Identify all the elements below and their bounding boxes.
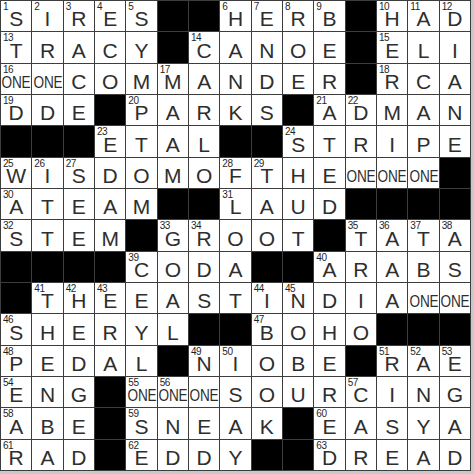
grid-cell-r12c4[interactable]: A: [95, 346, 125, 376]
grid-cell-r12c8[interactable]: 50I: [220, 346, 250, 376]
cell-letter: A: [416, 447, 430, 470]
grid-cell-r6c2[interactable]: 26I: [32, 158, 62, 188]
cell-letter: E: [103, 8, 117, 31]
cell-letter: P: [416, 134, 430, 157]
clue-number: 12: [442, 1, 452, 12]
cell-letter: E: [72, 416, 86, 439]
grid-cell-r14c14[interactable]: Y: [408, 408, 438, 438]
grid-cell-r7c6: [158, 189, 188, 219]
grid-cell-r2c11[interactable]: E: [314, 32, 344, 62]
grid-cell-r3c7[interactable]: A: [189, 64, 219, 94]
grid-cell-r11c11[interactable]: H: [314, 314, 344, 344]
cell-letter: A: [354, 416, 368, 439]
grid-cell-r11c10[interactable]: O: [283, 314, 313, 344]
grid-cell-r13c6[interactable]: 56ONE: [158, 377, 188, 407]
grid-cell-r13c15[interactable]: G: [440, 377, 470, 407]
grid-cell-r9c7[interactable]: D: [189, 252, 219, 282]
clue-number: 49: [191, 346, 201, 357]
cell-letter: M: [133, 71, 151, 94]
clue-number: 13: [3, 32, 13, 43]
clue-number: 6: [222, 1, 227, 12]
grid-cell-r12c3[interactable]: D: [64, 346, 94, 376]
cell-letter: O: [196, 165, 212, 188]
grid-cell-r11c3[interactable]: E: [64, 314, 94, 344]
grid-cell-r15c14[interactable]: A: [408, 440, 438, 470]
grid-cell-r11c9[interactable]: 47B: [252, 314, 282, 344]
grid-cell-r6c13[interactable]: ONE: [377, 158, 407, 188]
grid-cell-r1c3[interactable]: 3R: [64, 1, 94, 31]
clue-number: 34: [191, 220, 201, 231]
grid-cell-r1c15[interactable]: 12D: [440, 1, 470, 31]
grid-cell-r12c9[interactable]: O: [252, 346, 282, 376]
cell-letter: D: [197, 259, 212, 282]
grid-cell-r1c8[interactable]: 6H: [220, 1, 250, 31]
grid-cell-r2c2[interactable]: R: [32, 32, 62, 62]
grid-cell-r6c4[interactable]: D: [95, 158, 125, 188]
grid-cell-r5c6[interactable]: A: [158, 126, 188, 156]
grid-cell-r12c1[interactable]: 48P: [1, 346, 31, 376]
grid-cell-r10c15[interactable]: ONE: [440, 283, 470, 313]
cell-letter: O: [259, 384, 275, 407]
grid-cell-r14c9[interactable]: K: [252, 408, 282, 438]
cell-letter: G: [71, 384, 87, 407]
grid-cell-r7c1[interactable]: 30A: [1, 189, 31, 219]
grid-cell-r10c6[interactable]: A: [158, 283, 188, 313]
grid-cell-r1c13[interactable]: 10H: [377, 1, 407, 31]
grid-cell-r2c1[interactable]: 13T: [1, 32, 31, 62]
grid-cell-r4c9[interactable]: S: [252, 95, 282, 125]
grid-cell-r9c10: [283, 252, 313, 282]
clue-number: 48: [3, 346, 13, 357]
grid-cell-r5c15[interactable]: E: [440, 126, 470, 156]
grid-cell-r14c12[interactable]: A: [346, 408, 376, 438]
grid-cell-r5c11[interactable]: T: [314, 126, 344, 156]
grid-cell-r6c5[interactable]: O: [126, 158, 156, 188]
grid-cell-r8c2[interactable]: T: [32, 220, 62, 250]
grid-cell-r13c9[interactable]: O: [252, 377, 282, 407]
grid-cell-r2c8[interactable]: A: [220, 32, 250, 62]
cell-letter: D: [322, 196, 337, 219]
cell-rebus-letters: ONE: [409, 168, 438, 188]
grid-cell-r15c8[interactable]: Y: [220, 440, 250, 470]
cell-letter: D: [40, 102, 55, 125]
grid-cell-r13c2[interactable]: N: [32, 377, 62, 407]
grid-cell-r12c14[interactable]: 52A: [408, 346, 438, 376]
cell-letter: A: [197, 71, 211, 94]
clue-number: 23: [97, 126, 107, 137]
grid-cell-r3c5[interactable]: M: [126, 64, 156, 94]
grid-cell-r9c14[interactable]: B: [408, 252, 438, 282]
clue-number: 9: [316, 1, 321, 12]
cell-letter: C: [71, 71, 86, 94]
clue-number: 41: [34, 283, 44, 294]
grid-cell-r1c1[interactable]: 1S: [1, 1, 31, 31]
grid-cell-r4c4: [95, 95, 125, 125]
grid-cell-r3c9[interactable]: D: [252, 64, 282, 94]
grid-cell-r11c6[interactable]: L: [158, 314, 188, 344]
grid-cell-r2c12: [346, 32, 376, 62]
grid-cell-r13c1[interactable]: 54E: [1, 377, 31, 407]
grid-cell-r15c2[interactable]: A: [32, 440, 62, 470]
cell-letter: O: [227, 228, 243, 251]
grid-cell-r13c14[interactable]: N: [408, 377, 438, 407]
grid-cell-r2c15[interactable]: I: [440, 32, 470, 62]
grid-cell-r13c13[interactable]: I: [377, 377, 407, 407]
grid-cell-r3c6[interactable]: 17M: [158, 64, 188, 94]
grid-cell-r12c7[interactable]: 49N: [189, 346, 219, 376]
grid-cell-r1c5[interactable]: 5S: [126, 1, 156, 31]
clue-number: 8: [285, 1, 290, 12]
cell-letter: R: [197, 102, 212, 125]
cell-letter: I: [45, 165, 51, 188]
grid-cell-r10c3[interactable]: 42H: [64, 283, 94, 313]
cell-letter: D: [447, 447, 462, 470]
grid-cell-r8c4[interactable]: M: [95, 220, 125, 250]
grid-cell-r6c9[interactable]: 29T: [252, 158, 282, 188]
cell-letter: A: [416, 102, 430, 125]
grid-cell-r14c8[interactable]: A: [220, 408, 250, 438]
grid-cell-r9c6[interactable]: O: [158, 252, 188, 282]
grid-cell-r13c10[interactable]: U: [283, 377, 313, 407]
cell-letter: Y: [134, 40, 148, 63]
grid-cell-r10c9[interactable]: 44I: [252, 283, 282, 313]
cell-rebus-letters: ONE: [127, 387, 156, 407]
grid-cell-r10c11[interactable]: D: [314, 283, 344, 313]
grid-cell-r1c6: [158, 1, 188, 31]
grid-cell-r6c15: [440, 158, 470, 188]
cell-letter: D: [259, 71, 274, 94]
cell-letter: E: [322, 40, 336, 63]
grid-cell-r13c5[interactable]: 55ONE: [126, 377, 156, 407]
grid-cell-r5c13[interactable]: I: [377, 126, 407, 156]
grid-cell-r14c6[interactable]: N: [158, 408, 188, 438]
cell-letter: D: [165, 447, 180, 470]
grid-cell-r7c7: [189, 189, 219, 219]
grid-cell-r8c13[interactable]: 36A: [377, 220, 407, 250]
grid-cell-r15c5[interactable]: 62E: [126, 440, 156, 470]
grid-cell-r15c7[interactable]: D: [189, 440, 219, 470]
cell-letter: A: [166, 134, 180, 157]
clue-number: 63: [316, 440, 326, 451]
clue-number: 54: [3, 377, 13, 388]
grid-cell-r12c2[interactable]: E: [32, 346, 62, 376]
grid-cell-r8c15[interactable]: 38A: [440, 220, 470, 250]
grid-cell-r9c15[interactable]: S: [440, 252, 470, 282]
grid-cell-r14c15[interactable]: A: [440, 408, 470, 438]
grid-cell-r4c1[interactable]: 19D: [1, 95, 31, 125]
cell-letter: S: [385, 416, 399, 439]
grid-cell-r8c12[interactable]: 35T: [346, 220, 376, 250]
cell-letter: E: [72, 102, 86, 125]
grid-cell-r4c11[interactable]: 21A: [314, 95, 344, 125]
grid-cell-r6c8[interactable]: 28F: [220, 158, 250, 188]
cell-letter: H: [322, 322, 337, 345]
grid-cell-r4c7[interactable]: R: [189, 95, 219, 125]
grid-cell-r8c5: [126, 220, 156, 250]
cell-letter: M: [133, 196, 151, 219]
grid-cell-r3c10[interactable]: E: [283, 64, 313, 94]
cell-letter: L: [136, 353, 148, 376]
cell-rebus-letters: ONE: [346, 168, 375, 188]
grid-cell-r15c11[interactable]: 63D: [314, 440, 344, 470]
grid-cell-r7c3[interactable]: E: [64, 189, 94, 219]
cell-letter: H: [228, 8, 243, 31]
grid-cell-r15c6[interactable]: D: [158, 440, 188, 470]
grid-cell-r5c12[interactable]: R: [346, 126, 376, 156]
grid-cell-r4c12[interactable]: 22D: [346, 95, 376, 125]
cell-letter: K: [260, 416, 274, 439]
cell-letter: A: [385, 259, 399, 282]
grid-cell-r7c8[interactable]: 31L: [220, 189, 250, 219]
grid-cell-r2c13[interactable]: 15E: [377, 32, 407, 62]
grid-cell-r4c8[interactable]: K: [220, 95, 250, 125]
grid-cell-r12c15[interactable]: 53E: [440, 346, 470, 376]
grid-cell-r3c14[interactable]: C: [408, 64, 438, 94]
grid-cell-r10c14[interactable]: ONE: [408, 283, 438, 313]
grid-cell-r9c13[interactable]: A: [377, 252, 407, 282]
cell-letter: K: [228, 102, 242, 125]
grid-cell-r8c14[interactable]: 37T: [408, 220, 438, 250]
grid-cell-r6c11[interactable]: E: [314, 158, 344, 188]
grid-cell-r10c8[interactable]: T: [220, 283, 250, 313]
cell-letter: S: [228, 384, 242, 407]
grid-cell-r1c14[interactable]: 11A: [408, 1, 438, 31]
grid-cell-r6c6[interactable]: M: [158, 158, 188, 188]
grid-cell-r8c6[interactable]: 33G: [158, 220, 188, 250]
grid-cell-r6c14[interactable]: ONE: [408, 158, 438, 188]
cell-letter: E: [385, 447, 399, 470]
grid-cell-r9c11[interactable]: 40A: [314, 252, 344, 282]
clue-number: 22: [348, 95, 358, 106]
cell-letter: U: [291, 196, 306, 219]
cell-letter: E: [72, 196, 86, 219]
cell-letter: O: [133, 165, 149, 188]
grid-cell-r10c13[interactable]: A: [377, 283, 407, 313]
grid-cell-r2c3[interactable]: A: [64, 32, 94, 62]
grid-cell-r7c10[interactable]: U: [283, 189, 313, 219]
grid-cell-r13c12[interactable]: 57C: [346, 377, 376, 407]
grid-cell-r15c4: [95, 440, 125, 470]
grid-cell-r4c13[interactable]: M: [377, 95, 407, 125]
grid-cell-r8c1[interactable]: 32S: [1, 220, 31, 250]
grid-cell-r2c14[interactable]: L: [408, 32, 438, 62]
grid-cell-r6c3[interactable]: 27S: [64, 158, 94, 188]
grid-cell-r2c10[interactable]: O: [283, 32, 313, 62]
cell-letter: H: [291, 165, 306, 188]
grid-cell-r9c8[interactable]: A: [220, 252, 250, 282]
grid-cell-r2c5[interactable]: Y: [126, 32, 156, 62]
grid-cell-r15c12[interactable]: R: [346, 440, 376, 470]
grid-cell-r15c15[interactable]: D: [440, 440, 470, 470]
grid-cell-r12c11[interactable]: E: [314, 346, 344, 376]
grid-cell-r1c9[interactable]: 7E: [252, 1, 282, 31]
grid-cell-r10c1: [1, 283, 31, 313]
cell-letter: T: [323, 134, 336, 157]
clue-number: 53: [442, 346, 452, 357]
cell-letter: S: [9, 8, 23, 31]
grid-cell-r3c11[interactable]: R: [314, 64, 344, 94]
grid-cell-r14c3[interactable]: E: [64, 408, 94, 438]
grid-cell-r9c1: [1, 252, 31, 282]
cell-letter: R: [103, 322, 118, 345]
grid-cell-r13c11[interactable]: R: [314, 377, 344, 407]
cell-letter: R: [40, 40, 55, 63]
grid-cell-r7c11[interactable]: D: [314, 189, 344, 219]
grid-cell-r3c8[interactable]: N: [220, 64, 250, 94]
grid-cell-r7c12: [346, 189, 376, 219]
cell-letter: R: [291, 8, 306, 31]
clue-number: 7: [254, 1, 259, 12]
clue-number: 15: [379, 32, 389, 43]
grid-cell-r5c10[interactable]: 24S: [283, 126, 313, 156]
grid-cell-r7c9[interactable]: A: [252, 189, 282, 219]
clue-number: 60: [316, 408, 326, 419]
grid-cell-r11c13: [377, 314, 407, 344]
cell-letter: E: [134, 290, 148, 313]
grid-cell-r11c4[interactable]: R: [95, 314, 125, 344]
grid-cell-r14c11[interactable]: 60E: [314, 408, 344, 438]
grid-cell-r3c4[interactable]: O: [95, 64, 125, 94]
cell-letter: D: [103, 165, 118, 188]
grid-cell-r4c14[interactable]: A: [408, 95, 438, 125]
grid-cell-r5c14[interactable]: P: [408, 126, 438, 156]
grid-cell-r15c3[interactable]: D: [64, 440, 94, 470]
grid-cell-r11c1[interactable]: 46S: [1, 314, 31, 344]
clue-number: 57: [348, 377, 358, 388]
grid-cell-r6c7[interactable]: O: [189, 158, 219, 188]
cell-letter: N: [165, 416, 180, 439]
cell-letter: A: [228, 259, 242, 282]
clue-number: 2: [34, 1, 39, 12]
grid-cell-r8c7[interactable]: 34R: [189, 220, 219, 250]
grid-cell-r15c1[interactable]: 61R: [1, 440, 31, 470]
cell-letter: S: [134, 8, 148, 31]
clue-number: 47: [254, 314, 264, 325]
grid-cell-r3c1[interactable]: 16ONE: [1, 64, 31, 94]
grid-cell-r4c15[interactable]: N: [440, 95, 470, 125]
cell-rebus-letters: ONE: [33, 74, 62, 94]
grid-cell-r3c3[interactable]: C: [64, 64, 94, 94]
grid-cell-r6c12[interactable]: ONE: [346, 158, 376, 188]
grid-cell-r2c9[interactable]: N: [252, 32, 282, 62]
cell-letter: O: [102, 71, 118, 94]
grid-cell-r8c8[interactable]: O: [220, 220, 250, 250]
grid-cell-r1c10[interactable]: 8R: [283, 1, 313, 31]
cell-letter: I: [389, 384, 395, 407]
cell-letter: O: [259, 353, 275, 376]
cell-letter: B: [416, 259, 430, 282]
grid-cell-r1c2[interactable]: 2I: [32, 1, 62, 31]
cell-letter: B: [40, 416, 54, 439]
cell-letter: D: [71, 353, 86, 376]
cell-letter: I: [389, 134, 395, 157]
grid-cell-r10c5[interactable]: E: [126, 283, 156, 313]
grid-cell-r14c7[interactable]: E: [189, 408, 219, 438]
cell-letter: D: [197, 447, 212, 470]
grid-cell-r4c3[interactable]: E: [64, 95, 94, 125]
cell-letter: A: [103, 353, 117, 376]
grid-cell-r14c5[interactable]: 59S: [126, 408, 156, 438]
grid-cell-r2c4[interactable]: C: [95, 32, 125, 62]
grid-cell-r13c8[interactable]: S: [220, 377, 250, 407]
grid-cell-r5c4[interactable]: 23E: [95, 126, 125, 156]
clue-number: 3: [66, 1, 71, 12]
grid-cell-r5c9: [252, 126, 282, 156]
grid-cell-r7c5[interactable]: M: [126, 189, 156, 219]
cell-letter: S: [260, 102, 274, 125]
grid-cell-r3c2[interactable]: ONE: [32, 64, 62, 94]
cell-rebus-letters: ONE: [409, 293, 438, 313]
grid-cell-r9c4: [95, 252, 125, 282]
clue-number: 19: [3, 95, 13, 106]
grid-cell-r6c10[interactable]: H: [283, 158, 313, 188]
clue-number: 52: [410, 346, 420, 357]
cell-letter: E: [322, 165, 336, 188]
grid-cell-r13c7[interactable]: ONE: [189, 377, 219, 407]
grid-cell-r14c13[interactable]: S: [377, 408, 407, 438]
clue-number: 44: [254, 283, 264, 294]
grid-cell-r1c11[interactable]: 9B: [314, 1, 344, 31]
grid-cell-r6c1[interactable]: 25W: [1, 158, 31, 188]
cell-letter: N: [416, 384, 431, 407]
grid-cell-r4c5[interactable]: 20P: [126, 95, 156, 125]
grid-cell-r8c11: [314, 220, 344, 250]
grid-cell-r11c5[interactable]: Y: [126, 314, 156, 344]
grid-cell-r12c5[interactable]: L: [126, 346, 156, 376]
grid-cell-r5c7[interactable]: L: [189, 126, 219, 156]
grid-cell-r3c15[interactable]: A: [440, 64, 470, 94]
grid-cell-r7c4[interactable]: A: [95, 189, 125, 219]
grid-cell-r12c13[interactable]: 51R: [377, 346, 407, 376]
cell-letter: D: [322, 290, 337, 313]
grid-cell-r2c7[interactable]: 14C: [189, 32, 219, 62]
clue-number: 37: [410, 220, 420, 231]
grid-cell-r10c2[interactable]: 41T: [32, 283, 62, 313]
cell-letter: R: [322, 71, 337, 94]
grid-cell-r8c9[interactable]: O: [252, 220, 282, 250]
grid-cell-r11c2[interactable]: H: [32, 314, 62, 344]
grid-cell-r3c13[interactable]: 18R: [377, 64, 407, 94]
grid-cell-r13c3[interactable]: G: [64, 377, 94, 407]
grid-cell-r5c5[interactable]: T: [126, 126, 156, 156]
clue-number: 45: [285, 283, 295, 294]
cell-rebus-letters: ONE: [440, 293, 469, 313]
clue-number: 5: [128, 1, 133, 12]
cell-letter: N: [228, 71, 243, 94]
grid-cell-r14c1[interactable]: 58A: [1, 408, 31, 438]
grid-cell-r10c10[interactable]: 45N: [283, 283, 313, 313]
grid-cell-r9c5[interactable]: 39C: [126, 252, 156, 282]
grid-cell-r8c3[interactable]: E: [64, 220, 94, 250]
grid-cell-r15c13[interactable]: E: [377, 440, 407, 470]
grid-cell-r9c12[interactable]: R: [346, 252, 376, 282]
grid-cell-r4c2[interactable]: D: [32, 95, 62, 125]
grid-cell-r14c2[interactable]: B: [32, 408, 62, 438]
grid-cell-r10c12[interactable]: I: [346, 283, 376, 313]
clue-number: 4: [97, 1, 102, 12]
grid-cell-r12c10[interactable]: B: [283, 346, 313, 376]
cell-letter: Y: [228, 447, 242, 470]
grid-cell-r7c2[interactable]: T: [32, 189, 62, 219]
grid-cell-r1c4[interactable]: 4E: [95, 1, 125, 31]
grid-cell-r8c10[interactable]: T: [283, 220, 313, 250]
cell-letter: O: [165, 259, 181, 282]
grid-cell-r10c7[interactable]: S: [189, 283, 219, 313]
grid-cell-r10c4[interactable]: 43E: [95, 283, 125, 313]
grid-cell-r4c6[interactable]: A: [158, 95, 188, 125]
grid-cell-r11c12[interactable]: O: [346, 314, 376, 344]
grid-cell-r7c15: [440, 189, 470, 219]
